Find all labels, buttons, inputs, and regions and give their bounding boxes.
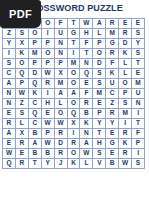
grid-cell: P <box>93 39 105 48</box>
grid-cell: K <box>119 49 131 58</box>
grid-cell: F <box>80 39 92 48</box>
grid-cell: I <box>132 109 144 118</box>
grid-cell: Q <box>68 109 80 118</box>
grid-cell: U <box>106 79 118 88</box>
grid-cell: R <box>42 79 54 88</box>
grid-cell: Z <box>106 99 118 108</box>
grid-cell: N <box>3 99 15 108</box>
grid-cell: I <box>42 29 54 38</box>
grid-cell: M <box>29 49 41 58</box>
grid-cell: Z <box>3 29 15 38</box>
grid-cell: R <box>55 129 67 138</box>
grid-cell: I <box>3 49 15 58</box>
grid-cell: M <box>106 29 118 38</box>
grid-cell: C <box>3 69 15 78</box>
grid-cell: O <box>42 49 54 58</box>
grid-cell: W <box>119 159 131 168</box>
grid-cell: T <box>132 59 144 68</box>
grid-cell: N <box>55 49 67 58</box>
grid-cell: Q <box>16 69 28 78</box>
grid-cell: U <box>132 89 144 98</box>
grid-cell: T <box>29 159 41 168</box>
grid-cell: G <box>106 139 118 148</box>
grid-cell: X <box>68 119 80 128</box>
grid-cell: Q <box>29 109 41 118</box>
grid-cell: L <box>16 119 28 128</box>
grid-cell: P <box>42 39 54 48</box>
grid-cell: T <box>80 49 92 58</box>
grid-cell: O <box>68 149 80 158</box>
grid-cell: O <box>119 79 131 88</box>
grid-cell: T <box>132 119 144 128</box>
grid-cell: P <box>42 59 54 68</box>
grid-cell: R <box>80 99 92 108</box>
grid-cell: K <box>29 89 41 98</box>
grid-cell: M <box>132 79 144 88</box>
grid-cell: T <box>68 19 80 28</box>
grid-cell: E <box>106 129 118 138</box>
grid-cell: W <box>3 149 15 158</box>
grid-cell: Q <box>80 69 92 78</box>
pdf-badge-label: PDF <box>9 8 32 20</box>
grid-cell: O <box>68 99 80 108</box>
grid-cell: Q <box>29 79 41 88</box>
grid-cell: S <box>93 149 105 158</box>
grid-cell: N <box>132 99 144 108</box>
grid-cell: T <box>93 129 105 138</box>
grid-cell: F <box>132 129 144 138</box>
page-root: { "game": "word_search", "title": "CROSS… <box>0 0 149 198</box>
grid-cell: W <box>16 89 28 98</box>
grid-cell: Y <box>93 119 105 128</box>
grid-cell: F <box>106 59 118 68</box>
grid-cell: W <box>55 119 67 128</box>
grid-cell: W <box>80 19 92 28</box>
grid-cell: L <box>119 59 131 68</box>
grid-cell: L <box>55 99 67 108</box>
grid-cell: S <box>93 69 105 78</box>
grid-cell: F <box>80 89 92 98</box>
grid-cell: P <box>16 79 28 88</box>
grid-cell: E <box>3 139 15 148</box>
grid-cell: E <box>132 69 144 78</box>
grid-cell: A <box>68 89 80 98</box>
grid-cell: L <box>93 29 105 38</box>
grid-cell: R <box>106 109 118 118</box>
grid-cell: W <box>42 69 54 78</box>
grid-cell: E <box>80 79 92 88</box>
grid-cell: R <box>119 129 131 138</box>
grid-cell: F <box>55 19 67 28</box>
grid-cell: O <box>29 29 41 38</box>
grid-cell: R <box>16 159 28 168</box>
grid-cell: N <box>3 89 15 98</box>
grid-cell: O <box>16 59 28 68</box>
grid-cell: A <box>3 129 15 138</box>
grid-cell: P <box>93 109 105 118</box>
grid-cell: K <box>80 119 92 128</box>
grid-cell: S <box>132 49 144 58</box>
grid-cell: R <box>3 119 15 128</box>
grid-cell: Y <box>132 39 144 48</box>
grid-cell: R <box>55 149 67 158</box>
grid-cell: R <box>106 49 118 58</box>
grid-cell: U <box>55 29 67 38</box>
grid-cell: K <box>68 159 80 168</box>
grid-cell: G <box>68 29 80 38</box>
grid-cell: A <box>29 139 41 148</box>
grid-cell: B <box>29 129 41 138</box>
grid-cell: W <box>42 139 54 148</box>
grid-cell: E <box>119 19 131 28</box>
grid-cell: I <box>68 49 80 58</box>
grid-cell: E <box>42 109 54 118</box>
grid-cell: S <box>119 99 131 108</box>
grid-cell: A <box>80 139 92 148</box>
grid-cell: J <box>55 159 67 168</box>
grid-cell: S <box>16 29 28 38</box>
grid-cell: R <box>119 29 131 38</box>
grid-cell: O <box>42 19 54 28</box>
grid-cell: E <box>3 109 15 118</box>
grid-cell: L <box>119 69 131 78</box>
grid-cell: D <box>119 39 131 48</box>
grid-cell: M <box>93 89 105 98</box>
grid-cell: O <box>93 49 105 58</box>
grid-cell: O <box>55 109 67 118</box>
grid-cell: W <box>80 149 92 158</box>
grid-cell: S <box>93 79 105 88</box>
grid-cell: D <box>29 69 41 78</box>
grid-cell: S <box>132 159 144 168</box>
grid-cell: D <box>55 139 67 148</box>
grid-cell: C <box>29 99 41 108</box>
grid-cell: E <box>132 19 144 28</box>
grid-cell: K <box>119 139 131 148</box>
grid-cell: R <box>68 139 80 148</box>
grid-cell: Y <box>42 159 54 168</box>
grid-cell: I <box>132 149 144 158</box>
grid-cell: I <box>42 89 54 98</box>
grid-cell: K <box>106 69 118 78</box>
grid-cell: M <box>68 59 80 68</box>
grid-cell: D <box>93 59 105 68</box>
grid-cell: B <box>80 109 92 118</box>
grid-cell: T <box>68 39 80 48</box>
grid-cell: X <box>16 129 28 138</box>
grid-cell: V <box>93 159 105 168</box>
grid-cell: P <box>42 129 54 138</box>
grid-cell: S <box>16 109 28 118</box>
grid-cell: X <box>55 69 67 78</box>
grid-cell: C <box>29 119 41 128</box>
grid-cell: B <box>42 149 54 158</box>
grid-cell: P <box>55 59 67 68</box>
grid-cell: B <box>106 159 118 168</box>
grid-cell: G <box>106 39 118 48</box>
grid-cell: Q <box>3 159 15 168</box>
grid-cell: P <box>132 139 144 148</box>
grid-cell: R <box>16 139 28 148</box>
word-search-grid: SOFTWAREEZSOIUGHLMRSYXPPNTFPGDYIKMONITOR… <box>2 18 145 169</box>
grid-cell: N <box>80 129 92 138</box>
grid-cell: Y <box>3 39 15 48</box>
grid-cell: R <box>106 19 118 28</box>
grid-cell: W <box>42 119 54 128</box>
grid-cell: X <box>16 39 28 48</box>
grid-cell: A <box>55 89 67 98</box>
grid-cell: Y <box>106 119 118 128</box>
grid-cell: H <box>93 139 105 148</box>
grid-cell: O <box>68 79 80 88</box>
grid-cell: P <box>29 39 41 48</box>
grid-cell: S <box>3 59 15 68</box>
grid-cell: E <box>16 149 28 158</box>
grid-cell: N <box>80 59 92 68</box>
grid-cell: L <box>80 159 92 168</box>
grid-cell: H <box>42 99 54 108</box>
grid-cell: O <box>68 69 80 78</box>
grid-cell: H <box>80 29 92 38</box>
grid-cell: C <box>106 89 118 98</box>
grid-cell: S <box>132 29 144 38</box>
grid-cell: N <box>55 39 67 48</box>
grid-cell: I <box>68 129 80 138</box>
grid-cell: Z <box>16 99 28 108</box>
grid-cell: I <box>119 119 131 128</box>
pdf-badge: PDF <box>0 0 41 28</box>
grid-cell: M <box>55 79 67 88</box>
grid-cell: A <box>3 79 15 88</box>
grid-cell: E <box>93 99 105 108</box>
grid-cell: E <box>106 149 118 158</box>
grid-cell: M <box>119 109 131 118</box>
grid-cell: B <box>29 149 41 158</box>
grid-cell: A <box>93 19 105 28</box>
grid-cell: R <box>119 149 131 158</box>
grid-cell: P <box>29 59 41 68</box>
grid-cell: K <box>16 49 28 58</box>
grid-cell: P <box>119 89 131 98</box>
